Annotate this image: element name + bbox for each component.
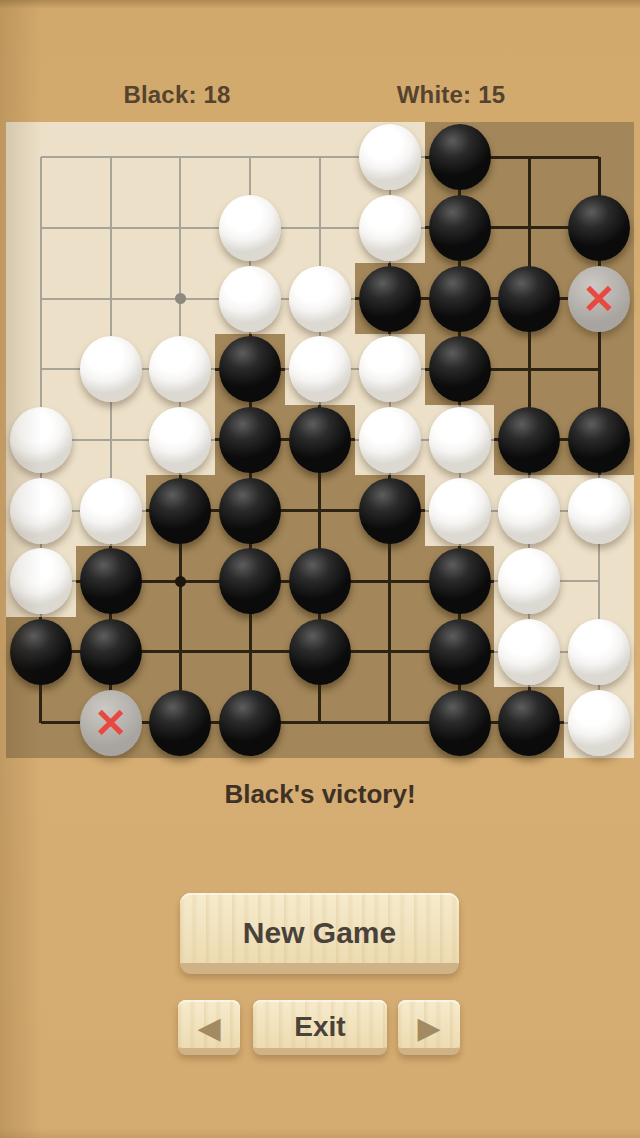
board-cell[interactable] [76,546,146,617]
board-cell[interactable] [215,334,285,405]
board-cell[interactable] [564,687,634,758]
board-cell[interactable] [494,687,564,758]
board-cell[interactable]: ✕ [76,687,146,758]
board-cell[interactable] [494,617,564,688]
board-cell[interactable] [425,687,495,758]
board-cell[interactable] [76,405,146,476]
board-cell[interactable] [425,193,495,264]
hoshi-dot [175,576,186,587]
black-stone [429,619,491,685]
board-cell[interactable]: ✕ [564,263,634,334]
board-cell[interactable] [76,122,146,193]
white-stone [429,478,491,544]
white-stone [568,619,630,685]
board-cell[interactable] [146,193,216,264]
black-stone [498,266,560,332]
board-cell[interactable] [564,475,634,546]
board-cell[interactable] [6,617,76,688]
board-cell[interactable] [285,263,355,334]
board-cell[interactable] [76,334,146,405]
board-cell[interactable] [215,263,285,334]
board-cell[interactable] [425,475,495,546]
board-cell[interactable] [215,405,285,476]
board-cell[interactable] [146,617,216,688]
black-stone [289,548,351,614]
board-cell[interactable] [425,617,495,688]
board-cell[interactable] [76,263,146,334]
black-stone [149,478,211,544]
black-stone [498,690,560,756]
black-stone [568,407,630,473]
white-stone [359,407,421,473]
board-cell[interactable] [494,405,564,476]
board-cell[interactable] [215,687,285,758]
black-stone [568,195,630,261]
black-stone [219,548,281,614]
dead-stone-x-icon: ✕ [94,703,128,743]
board-cell[interactable] [494,263,564,334]
black-stone [429,690,491,756]
black-stone [80,619,142,685]
black-stone [219,407,281,473]
black-stone [289,407,351,473]
white-stone [498,478,560,544]
board-cell[interactable] [285,122,355,193]
board-cell[interactable] [146,263,216,334]
black-stone [359,266,421,332]
black-stone [359,478,421,544]
white-stone [10,478,72,544]
board-cell[interactable] [285,687,355,758]
go-board: ✕✕ [6,122,634,758]
board-cell[interactable] [285,546,355,617]
white-stone [289,266,351,332]
white-score-label: White: 15 [397,81,505,109]
board-cell[interactable] [285,193,355,264]
board-cell[interactable] [146,687,216,758]
board-cell[interactable] [76,475,146,546]
white-stone [149,407,211,473]
board-cell[interactable] [146,405,216,476]
board-cell[interactable] [355,546,425,617]
black-stone [429,548,491,614]
black-stone [498,407,560,473]
board-cell[interactable] [285,334,355,405]
board-cell[interactable] [146,546,216,617]
board-cell[interactable] [355,687,425,758]
hoshi-dot [175,293,186,304]
white-stone [10,407,72,473]
white-stone [219,195,281,261]
black-score-label: Black: 18 [123,81,230,109]
board-cell[interactable] [76,193,146,264]
board-cell[interactable] [355,475,425,546]
board-cell[interactable] [215,122,285,193]
board-cell[interactable] [425,405,495,476]
white-stone [149,336,211,402]
black-stone [10,619,72,685]
exit-button[interactable]: Exit [253,1000,387,1055]
white-stone [568,478,630,544]
board-cell[interactable] [285,475,355,546]
black-stone [219,336,281,402]
white-stone [80,478,142,544]
black-stone [289,619,351,685]
white-stone [359,124,421,190]
board-cell[interactable] [215,475,285,546]
board-cell[interactable] [6,122,76,193]
board-cell[interactable] [494,475,564,546]
left-arrow-icon: ◀ [178,1000,240,1055]
prev-button[interactable]: ◀ [178,1000,240,1055]
board-cell[interactable] [215,193,285,264]
board-cell[interactable] [146,334,216,405]
board-cell[interactable] [425,546,495,617]
white-stone [568,690,630,756]
board-cell[interactable] [355,193,425,264]
board-cell[interactable] [564,193,634,264]
board-cell[interactable] [6,405,76,476]
white-stone [10,548,72,614]
dead-stone-x-icon: ✕ [582,279,616,319]
board-cell[interactable] [355,334,425,405]
board-cell[interactable] [494,193,564,264]
status-message: Black's victory! [0,779,640,810]
white-stone [219,266,281,332]
board-cell[interactable] [425,334,495,405]
board-cell[interactable] [146,475,216,546]
board-cell[interactable] [6,546,76,617]
board-cell[interactable] [76,617,146,688]
board-cell[interactable] [494,122,564,193]
black-stone [149,690,211,756]
board-cell[interactable] [355,263,425,334]
white-stone [289,336,351,402]
board-cell[interactable] [6,193,76,264]
board-cell[interactable] [6,334,76,405]
board-cell[interactable] [285,617,355,688]
board-cell[interactable] [215,546,285,617]
board-cell[interactable] [564,546,634,617]
board-cell[interactable] [425,122,495,193]
next-button[interactable]: ▶ [398,1000,460,1055]
board-cell[interactable] [494,334,564,405]
white-stone [359,336,421,402]
black-stone [219,690,281,756]
white-stone [498,619,560,685]
black-stone [429,266,491,332]
board-cell[interactable] [564,334,634,405]
board-cell[interactable] [564,122,634,193]
dead-stone: ✕ [80,690,142,756]
board-cell[interactable] [564,405,634,476]
board-cell[interactable] [285,405,355,476]
board-cell[interactable] [355,405,425,476]
right-arrow-icon: ▶ [398,1000,460,1055]
board-cell[interactable] [355,122,425,193]
black-stone [429,195,491,261]
board-cell[interactable] [355,617,425,688]
black-stone [219,478,281,544]
white-stone [498,548,560,614]
board-cell[interactable] [146,122,216,193]
board-cell[interactable] [6,687,76,758]
new-game-button[interactable]: New Game [180,893,459,974]
board-cell[interactable] [494,546,564,617]
black-stone [429,336,491,402]
white-stone [429,407,491,473]
board-cell[interactable] [6,263,76,334]
black-stone [429,124,491,190]
board-cell[interactable] [564,617,634,688]
board-cell[interactable] [215,617,285,688]
board-cell[interactable] [6,475,76,546]
board-cell[interactable] [425,263,495,334]
white-stone [80,336,142,402]
dead-stone: ✕ [568,266,630,332]
black-stone [80,548,142,614]
white-stone [359,195,421,261]
